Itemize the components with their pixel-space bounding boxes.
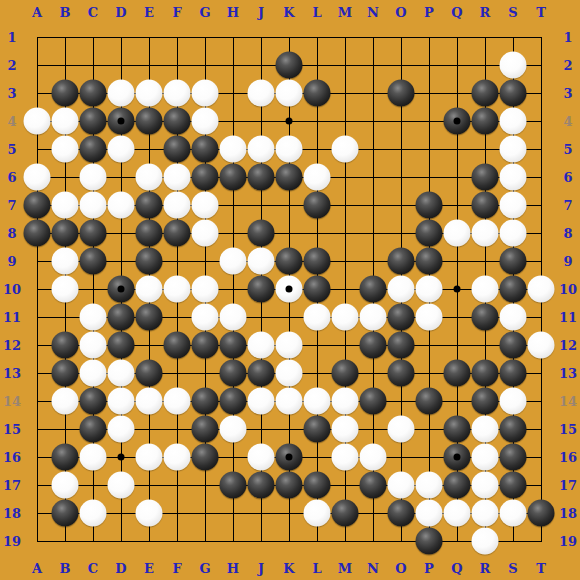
- white-stone-Q8[interactable]: [444, 220, 471, 247]
- black-stone-L15[interactable]: [304, 416, 331, 443]
- black-stone-F12[interactable]: [164, 332, 191, 359]
- black-stone-P7[interactable]: [416, 192, 443, 219]
- black-stone-B16[interactable]: [52, 444, 79, 471]
- black-stone-Q15[interactable]: [444, 416, 471, 443]
- white-stone-B7[interactable]: [52, 192, 79, 219]
- coord-label: 7: [7, 198, 16, 213]
- black-stone-S15[interactable]: [500, 416, 527, 443]
- white-stone-B17[interactable]: [52, 472, 79, 499]
- coord-label: O: [395, 5, 406, 20]
- black-stone-G5[interactable]: [192, 136, 219, 163]
- star-point: [286, 454, 293, 461]
- coord-label: 11: [3, 310, 21, 325]
- white-stone-L14[interactable]: [304, 388, 331, 415]
- black-stone-S16[interactable]: [500, 444, 527, 471]
- coord-label: G: [199, 5, 210, 20]
- white-stone-L18[interactable]: [304, 500, 331, 527]
- black-stone-G14[interactable]: [192, 388, 219, 415]
- coord-label: 16: [3, 450, 21, 465]
- black-stone-G12[interactable]: [192, 332, 219, 359]
- coord-label: F: [172, 5, 181, 20]
- coord-label: 19: [3, 534, 21, 549]
- coord-label: C: [88, 561, 98, 576]
- white-stone-E14[interactable]: [136, 388, 163, 415]
- white-stone-K3[interactable]: [276, 80, 303, 107]
- black-stone-S9[interactable]: [500, 248, 527, 275]
- coord-label: N: [367, 5, 379, 20]
- white-stone-G11[interactable]: [192, 304, 219, 331]
- black-stone-F8[interactable]: [164, 220, 191, 247]
- black-stone-T18[interactable]: [528, 500, 555, 527]
- coord-label: B: [60, 561, 71, 576]
- star-point: [454, 454, 461, 461]
- coord-label: J: [258, 561, 264, 576]
- white-stone-S18[interactable]: [500, 500, 527, 527]
- white-stone-C18[interactable]: [80, 500, 107, 527]
- white-stone-D5[interactable]: [108, 136, 135, 163]
- black-stone-B18[interactable]: [52, 500, 79, 527]
- black-stone-P8[interactable]: [416, 220, 443, 247]
- black-stone-E4[interactable]: [136, 108, 163, 135]
- coord-label: T: [536, 561, 546, 576]
- coord-label: 18: [559, 506, 577, 521]
- black-stone-C15[interactable]: [80, 416, 107, 443]
- white-stone-J12[interactable]: [248, 332, 275, 359]
- white-stone-T10[interactable]: [528, 276, 555, 303]
- white-stone-H5[interactable]: [220, 136, 247, 163]
- white-stone-J5[interactable]: [248, 136, 275, 163]
- coord-label: O: [395, 561, 406, 576]
- black-stone-C9[interactable]: [80, 248, 107, 275]
- black-stone-A7[interactable]: [24, 192, 51, 219]
- black-stone-R7[interactable]: [472, 192, 499, 219]
- white-stone-M16[interactable]: [332, 444, 359, 471]
- coord-label: G: [199, 561, 210, 576]
- black-stone-R13[interactable]: [472, 360, 499, 387]
- white-stone-P18[interactable]: [416, 500, 443, 527]
- black-stone-L9[interactable]: [304, 248, 331, 275]
- white-stone-B4[interactable]: [52, 108, 79, 135]
- white-stone-B9[interactable]: [52, 248, 79, 275]
- coord-label: 15: [3, 422, 21, 437]
- white-stone-D3[interactable]: [108, 80, 135, 107]
- white-stone-M5[interactable]: [332, 136, 359, 163]
- white-stone-D15[interactable]: [108, 416, 135, 443]
- black-stone-L17[interactable]: [304, 472, 331, 499]
- white-stone-P11[interactable]: [416, 304, 443, 331]
- coord-label: 8: [7, 226, 16, 241]
- black-stone-R11[interactable]: [472, 304, 499, 331]
- black-stone-L10[interactable]: [304, 276, 331, 303]
- black-stone-J17[interactable]: [248, 472, 275, 499]
- black-stone-N10[interactable]: [360, 276, 387, 303]
- white-stone-S4[interactable]: [500, 108, 527, 135]
- coord-label: D: [115, 561, 126, 576]
- coord-label: K: [283, 561, 294, 576]
- coord-label: B: [60, 5, 71, 20]
- black-stone-J8[interactable]: [248, 220, 275, 247]
- black-stone-J13[interactable]: [248, 360, 275, 387]
- white-stone-D17[interactable]: [108, 472, 135, 499]
- star-point: [286, 286, 293, 293]
- black-stone-E9[interactable]: [136, 248, 163, 275]
- coord-label: 14: [559, 394, 577, 409]
- white-stone-F3[interactable]: [164, 80, 191, 107]
- white-stone-A4[interactable]: [24, 108, 51, 135]
- black-stone-A8[interactable]: [24, 220, 51, 247]
- coord-label: 5: [563, 142, 572, 157]
- white-stone-L11[interactable]: [304, 304, 331, 331]
- black-stone-E8[interactable]: [136, 220, 163, 247]
- black-stone-Q17[interactable]: [444, 472, 471, 499]
- black-stone-E7[interactable]: [136, 192, 163, 219]
- white-stone-R16[interactable]: [472, 444, 499, 471]
- black-stone-S13[interactable]: [500, 360, 527, 387]
- black-stone-K6[interactable]: [276, 164, 303, 191]
- black-stone-S3[interactable]: [500, 80, 527, 107]
- black-stone-O11[interactable]: [388, 304, 415, 331]
- coord-label: R: [480, 5, 491, 20]
- coord-label: M: [338, 561, 352, 576]
- black-stone-H17[interactable]: [220, 472, 247, 499]
- white-stone-O15[interactable]: [388, 416, 415, 443]
- coord-label: 6: [7, 170, 16, 185]
- black-stone-L7[interactable]: [304, 192, 331, 219]
- black-stone-H14[interactable]: [220, 388, 247, 415]
- coord-label: K: [283, 5, 294, 20]
- white-stone-O17[interactable]: [388, 472, 415, 499]
- black-stone-N17[interactable]: [360, 472, 387, 499]
- white-stone-S11[interactable]: [500, 304, 527, 331]
- black-stone-R14[interactable]: [472, 388, 499, 415]
- black-stone-K9[interactable]: [276, 248, 303, 275]
- white-stone-G4[interactable]: [192, 108, 219, 135]
- black-stone-H13[interactable]: [220, 360, 247, 387]
- white-stone-F14[interactable]: [164, 388, 191, 415]
- white-stone-P17[interactable]: [416, 472, 443, 499]
- white-stone-S7[interactable]: [500, 192, 527, 219]
- black-stone-B13[interactable]: [52, 360, 79, 387]
- coord-label: C: [88, 5, 98, 20]
- white-stone-C12[interactable]: [80, 332, 107, 359]
- star-point: [118, 286, 125, 293]
- white-stone-C6[interactable]: [80, 164, 107, 191]
- white-stone-R15[interactable]: [472, 416, 499, 443]
- black-stone-G16[interactable]: [192, 444, 219, 471]
- coord-label: P: [424, 561, 434, 576]
- white-stone-D13[interactable]: [108, 360, 135, 387]
- coord-label: 14: [3, 394, 21, 409]
- coord-label: M: [338, 5, 352, 20]
- black-stone-C3[interactable]: [80, 80, 107, 107]
- coord-label: 6: [563, 170, 572, 185]
- white-stone-Q18[interactable]: [444, 500, 471, 527]
- black-stone-K17[interactable]: [276, 472, 303, 499]
- black-stone-G6[interactable]: [192, 164, 219, 191]
- coord-label: 3: [563, 86, 572, 101]
- coord-label: H: [227, 561, 239, 576]
- coord-label: 1: [7, 30, 16, 45]
- white-stone-K14[interactable]: [276, 388, 303, 415]
- coord-label: Q: [451, 561, 462, 576]
- white-stone-M15[interactable]: [332, 416, 359, 443]
- coord-label: 1: [563, 30, 572, 45]
- coord-label: 9: [7, 254, 16, 269]
- black-stone-J6[interactable]: [248, 164, 275, 191]
- white-stone-G7[interactable]: [192, 192, 219, 219]
- white-stone-M11[interactable]: [332, 304, 359, 331]
- white-stone-C11[interactable]: [80, 304, 107, 331]
- coord-label: 4: [7, 114, 16, 129]
- coord-label: J: [258, 5, 264, 20]
- coord-label: F: [172, 561, 181, 576]
- coord-label: 10: [3, 282, 21, 297]
- white-stone-K13[interactable]: [276, 360, 303, 387]
- white-stone-N16[interactable]: [360, 444, 387, 471]
- white-stone-D14[interactable]: [108, 388, 135, 415]
- white-stone-C13[interactable]: [80, 360, 107, 387]
- white-stone-S6[interactable]: [500, 164, 527, 191]
- coord-label: 7: [563, 198, 572, 213]
- white-stone-K5[interactable]: [276, 136, 303, 163]
- white-stone-G10[interactable]: [192, 276, 219, 303]
- white-stone-S14[interactable]: [500, 388, 527, 415]
- black-stone-C5[interactable]: [80, 136, 107, 163]
- black-stone-B3[interactable]: [52, 80, 79, 107]
- star-point: [118, 454, 125, 461]
- coord-label: T: [536, 5, 546, 20]
- white-stone-M14[interactable]: [332, 388, 359, 415]
- white-stone-P10[interactable]: [416, 276, 443, 303]
- coord-label: 17: [3, 478, 21, 493]
- white-stone-R8[interactable]: [472, 220, 499, 247]
- black-stone-G15[interactable]: [192, 416, 219, 443]
- coord-label: L: [312, 5, 321, 20]
- coord-label: 3: [7, 86, 16, 101]
- coord-label: 11: [559, 310, 577, 325]
- coord-label: Q: [451, 5, 462, 20]
- black-stone-S17[interactable]: [500, 472, 527, 499]
- black-stone-H12[interactable]: [220, 332, 247, 359]
- white-stone-B14[interactable]: [52, 388, 79, 415]
- coord-label: N: [367, 561, 379, 576]
- coord-label: 5: [7, 142, 16, 157]
- black-stone-P19[interactable]: [416, 528, 443, 555]
- star-point: [286, 118, 293, 125]
- white-stone-R19[interactable]: [472, 528, 499, 555]
- black-stone-P9[interactable]: [416, 248, 443, 275]
- coord-label: 19: [559, 534, 577, 549]
- black-stone-J10[interactable]: [248, 276, 275, 303]
- black-stone-F5[interactable]: [164, 136, 191, 163]
- white-stone-S2[interactable]: [500, 52, 527, 79]
- white-stone-E6[interactable]: [136, 164, 163, 191]
- white-stone-F16[interactable]: [164, 444, 191, 471]
- black-stone-Q13[interactable]: [444, 360, 471, 387]
- black-stone-D11[interactable]: [108, 304, 135, 331]
- white-stone-B10[interactable]: [52, 276, 79, 303]
- white-stone-E3[interactable]: [136, 80, 163, 107]
- black-stone-N14[interactable]: [360, 388, 387, 415]
- white-stone-F10[interactable]: [164, 276, 191, 303]
- coord-label: 8: [563, 226, 572, 241]
- coord-label: E: [144, 561, 154, 576]
- black-stone-B12[interactable]: [52, 332, 79, 359]
- white-stone-L6[interactable]: [304, 164, 331, 191]
- coord-label: R: [480, 561, 491, 576]
- coord-label: 13: [559, 366, 577, 381]
- white-stone-D7[interactable]: [108, 192, 135, 219]
- white-stone-E18[interactable]: [136, 500, 163, 527]
- black-stone-D12[interactable]: [108, 332, 135, 359]
- star-point: [454, 118, 461, 125]
- white-stone-B5[interactable]: [52, 136, 79, 163]
- white-stone-F6[interactable]: [164, 164, 191, 191]
- coord-label: 9: [563, 254, 572, 269]
- coord-label: A: [32, 561, 42, 576]
- coord-label: 12: [559, 338, 577, 353]
- white-stone-H11[interactable]: [220, 304, 247, 331]
- coord-label: 15: [559, 422, 577, 437]
- white-stone-E16[interactable]: [136, 444, 163, 471]
- coord-label: 13: [3, 366, 21, 381]
- black-stone-B8[interactable]: [52, 220, 79, 247]
- white-stone-H9[interactable]: [220, 248, 247, 275]
- star-point: [454, 286, 461, 293]
- coord-label: D: [115, 5, 126, 20]
- black-stone-L3[interactable]: [304, 80, 331, 107]
- black-stone-F4[interactable]: [164, 108, 191, 135]
- black-stone-C14[interactable]: [80, 388, 107, 415]
- black-stone-C4[interactable]: [80, 108, 107, 135]
- coord-label: S: [508, 561, 517, 576]
- coord-label: 12: [3, 338, 21, 353]
- coord-label: P: [424, 5, 434, 20]
- white-stone-C16[interactable]: [80, 444, 107, 471]
- white-stone-C7[interactable]: [80, 192, 107, 219]
- white-stone-J14[interactable]: [248, 388, 275, 415]
- black-stone-H6[interactable]: [220, 164, 247, 191]
- white-stone-S5[interactable]: [500, 136, 527, 163]
- black-stone-R6[interactable]: [472, 164, 499, 191]
- coord-label: 10: [559, 282, 577, 297]
- white-stone-O10[interactable]: [388, 276, 415, 303]
- white-stone-A6[interactable]: [24, 164, 51, 191]
- coord-label: S: [508, 5, 517, 20]
- white-stone-R18[interactable]: [472, 500, 499, 527]
- white-stone-R10[interactable]: [472, 276, 499, 303]
- black-stone-N12[interactable]: [360, 332, 387, 359]
- black-stone-P14[interactable]: [416, 388, 443, 415]
- black-stone-S12[interactable]: [500, 332, 527, 359]
- black-stone-K2[interactable]: [276, 52, 303, 79]
- white-stone-S8[interactable]: [500, 220, 527, 247]
- go-board-app: AABBCCDDEEFFGGHHJJKKLLMMNNOOPPQQRRSSTT11…: [0, 0, 580, 580]
- black-stone-M18[interactable]: [332, 500, 359, 527]
- white-stone-G8[interactable]: [192, 220, 219, 247]
- coord-label: 16: [559, 450, 577, 465]
- black-stone-S10[interactable]: [500, 276, 527, 303]
- white-stone-F7[interactable]: [164, 192, 191, 219]
- black-stone-C8[interactable]: [80, 220, 107, 247]
- star-point: [118, 118, 125, 125]
- coord-label: H: [227, 5, 239, 20]
- black-stone-R3[interactable]: [472, 80, 499, 107]
- white-stone-R17[interactable]: [472, 472, 499, 499]
- black-stone-O12[interactable]: [388, 332, 415, 359]
- white-stone-T12[interactable]: [528, 332, 555, 359]
- black-stone-E11[interactable]: [136, 304, 163, 331]
- coord-label: 4: [563, 114, 572, 129]
- white-stone-H15[interactable]: [220, 416, 247, 443]
- coord-label: L: [312, 561, 321, 576]
- white-stone-J16[interactable]: [248, 444, 275, 471]
- white-stone-N11[interactable]: [360, 304, 387, 331]
- black-stone-O3[interactable]: [388, 80, 415, 107]
- coord-label: A: [32, 5, 42, 20]
- coord-label: 2: [7, 58, 16, 73]
- black-stone-M13[interactable]: [332, 360, 359, 387]
- coord-label: 18: [3, 506, 21, 521]
- white-stone-G3[interactable]: [192, 80, 219, 107]
- white-stone-K12[interactable]: [276, 332, 303, 359]
- black-stone-O18[interactable]: [388, 500, 415, 527]
- black-stone-R4[interactable]: [472, 108, 499, 135]
- black-stone-O13[interactable]: [388, 360, 415, 387]
- white-stone-J3[interactable]: [248, 80, 275, 107]
- coord-label: E: [144, 5, 154, 20]
- black-stone-O9[interactable]: [388, 248, 415, 275]
- coord-label: 2: [563, 58, 572, 73]
- black-stone-E13[interactable]: [136, 360, 163, 387]
- white-stone-J9[interactable]: [248, 248, 275, 275]
- white-stone-E10[interactable]: [136, 276, 163, 303]
- coord-label: 17: [559, 478, 577, 493]
